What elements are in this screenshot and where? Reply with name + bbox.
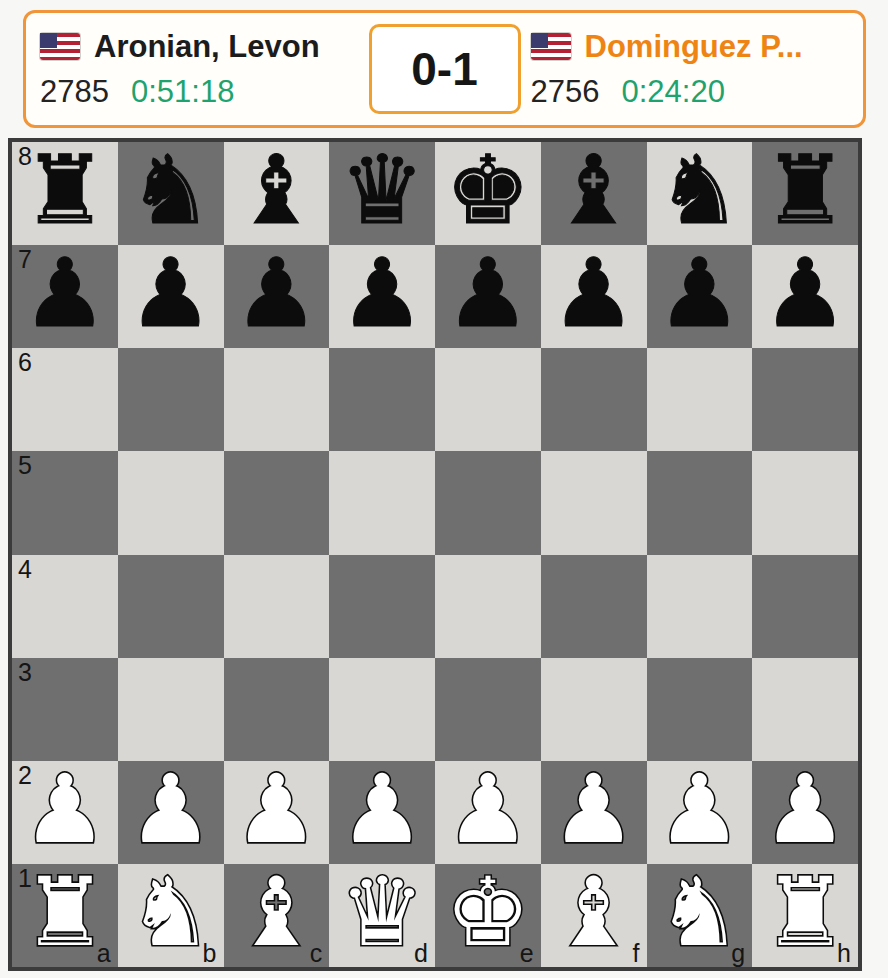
square-b2[interactable]: ♟ [118,761,224,864]
square-h1[interactable]: h♜ [752,864,858,967]
square-a8[interactable]: 8♜ [12,142,118,245]
square-e7[interactable]: ♟ [435,245,541,348]
piece-white-bishop[interactable]: ♝ [234,865,319,960]
piece-black-bishop[interactable]: ♝ [234,143,319,238]
piece-white-pawn[interactable]: ♟ [445,762,530,857]
square-f8[interactable]: ♝ [541,142,647,245]
piece-white-bishop[interactable]: ♝ [551,865,636,960]
square-h8[interactable]: ♜ [752,142,858,245]
piece-white-pawn[interactable]: ♟ [234,762,319,857]
square-e8[interactable]: ♚ [435,142,541,245]
black-player-block[interactable]: Dominguez P... 2756 0:24:20 [531,29,850,110]
square-h6[interactable] [752,348,858,451]
black-player-name: Dominguez P... [585,29,803,65]
square-f1[interactable]: f♝ [541,864,647,967]
square-a3[interactable]: 3 [12,658,118,761]
rank-label-6: 6 [18,349,32,375]
piece-black-pawn[interactable]: ♟ [445,246,530,341]
piece-white-knight[interactable]: ♞ [128,865,213,960]
black-player-rating: 2756 [531,74,600,110]
score-box: 0-1 [369,24,521,114]
chess-board: 8♜♞♝♛♚♝♞♜7♟♟♟♟♟♟♟♟65432♟♟♟♟♟♟♟♟1a♜b♞c♝d♛… [12,142,858,967]
piece-white-pawn[interactable]: ♟ [22,762,107,857]
square-c7[interactable]: ♟ [224,245,330,348]
us-flag-icon [531,33,571,60]
square-b3[interactable] [118,658,224,761]
piece-white-queen[interactable]: ♛ [340,865,425,960]
square-d4[interactable] [329,555,435,658]
piece-black-king[interactable]: ♚ [445,143,530,238]
square-f3[interactable] [541,658,647,761]
square-h7[interactable]: ♟ [752,245,858,348]
piece-black-pawn[interactable]: ♟ [551,246,636,341]
piece-black-pawn[interactable]: ♟ [340,246,425,341]
us-flag-icon [40,33,80,60]
file-label-h: h [837,941,851,966]
square-b1[interactable]: b♞ [118,864,224,967]
square-b8[interactable]: ♞ [118,142,224,245]
rank-label-4: 4 [18,556,32,582]
square-g3[interactable] [647,658,753,761]
file-label-f: f [633,941,640,966]
piece-white-pawn[interactable]: ♟ [551,762,636,857]
square-e2[interactable]: ♟ [435,761,541,864]
piece-black-pawn[interactable]: ♟ [22,246,107,341]
piece-white-pawn[interactable]: ♟ [128,762,213,857]
square-e1[interactable]: e♚ [435,864,541,967]
file-label-a: a [97,941,111,966]
square-f2[interactable]: ♟ [541,761,647,864]
square-b5[interactable] [118,451,224,554]
square-d6[interactable] [329,348,435,451]
file-label-g: g [731,941,745,966]
square-d2[interactable]: ♟ [329,761,435,864]
square-g8[interactable]: ♞ [647,142,753,245]
rank-label-5: 5 [18,452,32,478]
white-player-rating: 2785 [40,74,109,110]
piece-white-pawn[interactable]: ♟ [340,762,425,857]
file-label-b: b [203,941,217,966]
piece-white-pawn[interactable]: ♟ [763,762,848,857]
square-d3[interactable] [329,658,435,761]
white-player-clock: 0:51:18 [131,74,234,110]
rank-label-3: 3 [18,659,32,685]
piece-black-rook[interactable]: ♜ [22,143,107,238]
square-f4[interactable] [541,555,647,658]
piece-black-knight[interactable]: ♞ [657,143,742,238]
piece-white-pawn[interactable]: ♟ [657,762,742,857]
square-e4[interactable] [435,555,541,658]
square-e3[interactable] [435,658,541,761]
piece-black-pawn[interactable]: ♟ [657,246,742,341]
piece-black-pawn[interactable]: ♟ [128,246,213,341]
square-g4[interactable] [647,555,753,658]
white-player-block[interactable]: Aronian, Levon 2785 0:51:18 [40,29,359,110]
square-g5[interactable] [647,451,753,554]
square-e6[interactable] [435,348,541,451]
black-player-clock: 0:24:20 [621,74,724,110]
piece-black-bishop[interactable]: ♝ [551,143,636,238]
square-f7[interactable]: ♟ [541,245,647,348]
square-c4[interactable] [224,555,330,658]
square-c5[interactable] [224,451,330,554]
piece-black-pawn[interactable]: ♟ [763,246,848,341]
piece-black-rook[interactable]: ♜ [763,143,848,238]
white-player-name: Aronian, Levon [94,29,320,65]
square-d8[interactable]: ♛ [329,142,435,245]
square-d1[interactable]: d♛ [329,864,435,967]
square-a2[interactable]: 2♟ [12,761,118,864]
square-a5[interactable]: 5 [12,451,118,554]
square-b4[interactable] [118,555,224,658]
square-g6[interactable] [647,348,753,451]
file-label-d: d [414,941,428,966]
square-d5[interactable] [329,451,435,554]
chess-board-frame: 8♜♞♝♛♚♝♞♜7♟♟♟♟♟♟♟♟65432♟♟♟♟♟♟♟♟1a♜b♞c♝d♛… [8,138,862,971]
square-c8[interactable]: ♝ [224,142,330,245]
square-a4[interactable]: 4 [12,555,118,658]
square-g2[interactable]: ♟ [647,761,753,864]
square-b6[interactable] [118,348,224,451]
square-f5[interactable] [541,451,647,554]
piece-white-rook[interactable]: ♜ [22,865,107,960]
square-c6[interactable] [224,348,330,451]
score-text: 0-1 [411,42,477,96]
piece-black-knight[interactable]: ♞ [128,143,213,238]
file-label-e: e [520,941,534,966]
piece-white-knight[interactable]: ♞ [657,865,742,960]
square-g1[interactable]: g♞ [647,864,753,967]
square-a1[interactable]: 1a♜ [12,864,118,967]
square-g7[interactable]: ♟ [647,245,753,348]
square-e5[interactable] [435,451,541,554]
piece-black-queen[interactable]: ♛ [340,143,425,238]
game-header: Aronian, Levon 2785 0:51:18 0-1 Domingue… [23,10,866,128]
square-c1[interactable]: c♝ [224,864,330,967]
file-label-c: c [310,941,323,966]
square-c3[interactable] [224,658,330,761]
square-c2[interactable]: ♟ [224,761,330,864]
square-d7[interactable]: ♟ [329,245,435,348]
square-a7[interactable]: 7♟ [12,245,118,348]
square-h2[interactable]: ♟ [752,761,858,864]
piece-white-rook[interactable]: ♜ [763,865,848,960]
square-a6[interactable]: 6 [12,348,118,451]
square-f6[interactable] [541,348,647,451]
piece-black-pawn[interactable]: ♟ [234,246,319,341]
piece-white-king[interactable]: ♚ [445,865,530,960]
square-h4[interactable] [752,555,858,658]
square-b7[interactable]: ♟ [118,245,224,348]
square-h3[interactable] [752,658,858,761]
square-h5[interactable] [752,451,858,554]
